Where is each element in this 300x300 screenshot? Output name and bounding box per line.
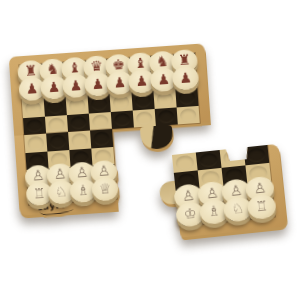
square-g6[interactable] [153, 89, 176, 108]
square-h5[interactable] [177, 105, 200, 124]
white-pawn-glyph: ♙ [75, 165, 89, 180]
black-pawn-glyph: ♟ [157, 72, 171, 87]
black-pawn-glyph: ♟ [69, 78, 83, 93]
square-g5[interactable] [155, 107, 178, 126]
black-rook-glyph: ♜ [178, 53, 192, 68]
square-b5[interactable] [45, 115, 68, 134]
square-e6[interactable] [110, 93, 133, 112]
square-b4[interactable] [46, 132, 69, 151]
square-d5[interactable] [89, 112, 112, 131]
black-knight-glyph: ♞ [156, 54, 170, 69]
square-c6[interactable] [66, 96, 89, 115]
square-c5[interactable] [67, 113, 90, 132]
black-pawn-glyph: ♟ [179, 70, 193, 85]
black-bishop-glyph: ♝ [68, 60, 82, 75]
white-rook-glyph: ♖ [32, 186, 46, 201]
white-bishop-glyph: ♗ [207, 203, 221, 218]
black-pawn-glyph: ♟ [91, 76, 105, 91]
black-pawn-glyph: ♟ [113, 75, 127, 90]
small-board-piece[interactable]: ♙♙♙♙♔♗♘♖ [156, 144, 287, 239]
white-knight-glyph: ♘ [54, 184, 68, 199]
white-rook-glyph: ♖ [255, 198, 269, 213]
white-pawn-glyph: ♙ [31, 168, 45, 183]
square-h6[interactable] [175, 88, 198, 107]
square-c4[interactable] [68, 131, 91, 150]
white-pawn-glyph: ♙ [229, 183, 243, 198]
black-queen-glyph: ♛ [90, 59, 104, 74]
square-f6[interactable] [131, 91, 154, 110]
white-pawn-glyph: ♙ [253, 180, 267, 195]
square-a4[interactable] [24, 134, 47, 153]
black-pawn-glyph: ♟ [25, 81, 39, 96]
square-a6[interactable] [22, 99, 45, 118]
black-pawn-glyph: ♟ [47, 79, 61, 94]
white-queen-glyph: ♕ [98, 181, 112, 196]
white-pawn-glyph: ♙ [97, 163, 111, 178]
square-f5[interactable] [133, 108, 156, 127]
square-b6[interactable] [44, 97, 67, 116]
white-pawn-glyph: ♙ [181, 188, 195, 203]
white-knight-glyph: ♘ [231, 201, 245, 216]
product-photo: cayro ♜♞♝♛♚♝♞♜♟♟♟♟♟♟♟♟♙♙♙♙♖♘♗♕ ♙♙♙♙♔♗♘♖ [0, 0, 300, 300]
jigsaw-tab-down [140, 125, 174, 150]
white-pawn-glyph: ♙ [53, 167, 67, 182]
white-pawn-glyph: ♙ [205, 185, 219, 200]
square-e5[interactable] [111, 110, 134, 129]
square-a5[interactable] [23, 116, 46, 135]
black-knight-glyph: ♞ [46, 62, 60, 77]
black-bishop-glyph: ♝ [134, 56, 148, 71]
white-king-glyph: ♔ [183, 206, 197, 221]
black-rook-glyph: ♜ [24, 63, 38, 78]
black-pawn-glyph: ♟ [135, 73, 149, 88]
white-bishop-glyph: ♗ [76, 182, 90, 197]
square-d6[interactable] [88, 94, 111, 113]
black-king-glyph: ♚ [112, 57, 126, 72]
square-d4[interactable] [90, 129, 113, 148]
